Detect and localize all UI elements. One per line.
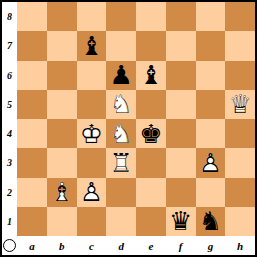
side-to-move-corner [2,236,17,255]
white-knight-outline-icon: ♘ [106,119,136,148]
square-f3[interactable] [166,148,196,177]
square-b5[interactable] [47,90,77,119]
white-queen-icon: ♛ [225,90,255,119]
square-c5[interactable] [77,90,107,119]
square-h4[interactable] [225,119,255,148]
white-to-move-circle-icon [3,239,16,252]
square-d2[interactable] [106,178,136,207]
file-label-f: f [166,236,196,255]
white-pawn-outline-icon: ♙ [77,178,107,207]
square-e4[interactable]: ♚ [136,119,166,148]
rank-label-6: 6 [2,61,17,90]
black-bishop-icon: ♝ [77,31,107,60]
square-h7[interactable] [225,31,255,60]
square-e1[interactable] [136,207,166,236]
square-h3[interactable] [225,148,255,177]
square-d6[interactable]: ♟ [106,61,136,90]
rank-label-2: 2 [2,178,17,207]
square-e5[interactable] [136,90,166,119]
file-label-g: g [196,236,226,255]
white-knight-icon: ♞ [106,90,136,119]
square-c1[interactable] [77,207,107,236]
square-a8[interactable] [17,2,47,31]
rank-label-1: 1 [2,207,17,236]
square-f1[interactable]: ♛ [166,207,196,236]
black-pawn-icon: ♟ [106,61,136,90]
square-g5[interactable] [196,90,226,119]
square-b1[interactable] [47,207,77,236]
square-c7[interactable]: ♝ [77,31,107,60]
white-knight-outline-icon: ♘ [106,90,136,119]
square-b4[interactable] [47,119,77,148]
square-a5[interactable] [17,90,47,119]
square-b2[interactable]: ♝♗ [47,178,77,207]
rank-label-7: 7 [2,31,17,60]
square-g1[interactable]: ♞ [196,207,226,236]
square-c6[interactable] [77,61,107,90]
square-e3[interactable] [136,148,166,177]
square-c3[interactable] [77,148,107,177]
white-pawn-outline-icon: ♙ [196,148,226,177]
square-d3[interactable]: ♜♖ [106,148,136,177]
square-a3[interactable] [17,148,47,177]
square-f4[interactable] [166,119,196,148]
white-knight-icon: ♞ [106,119,136,148]
file-label-h: h [225,236,255,255]
square-d1[interactable] [106,207,136,236]
square-b3[interactable] [47,148,77,177]
square-e2[interactable] [136,178,166,207]
black-knight-icon: ♞ [196,207,226,236]
square-g2[interactable] [196,178,226,207]
file-label-d: d [106,236,136,255]
square-c4[interactable]: ♚♔ [77,119,107,148]
rank-label-8: 8 [2,2,17,31]
square-e8[interactable] [136,2,166,31]
square-a7[interactable] [17,31,47,60]
black-bishop-icon: ♝ [136,61,166,90]
square-b8[interactable] [47,2,77,31]
white-king-outline-icon: ♔ [77,119,107,148]
square-g6[interactable] [196,61,226,90]
white-bishop-outline-icon: ♗ [47,178,77,207]
square-a4[interactable] [17,119,47,148]
square-g4[interactable] [196,119,226,148]
square-d8[interactable] [106,2,136,31]
white-king-icon: ♚ [77,119,107,148]
square-h5[interactable]: ♛♕ [225,90,255,119]
square-b6[interactable] [47,61,77,90]
chess-diagram: 87♝6♟♝5♞♘♛♕4♚♔♞♘♚3♜♖♟♙2♝♗♟♙1♛♞abcdefgh [0,0,257,257]
rank-label-4: 4 [2,119,17,148]
square-e7[interactable] [136,31,166,60]
square-f2[interactable] [166,178,196,207]
rank-label-3: 3 [2,148,17,177]
square-h8[interactable] [225,2,255,31]
white-bishop-icon: ♝ [47,178,77,207]
white-rook-outline-icon: ♖ [106,148,136,177]
file-label-c: c [77,236,107,255]
rank-label-5: 5 [2,90,17,119]
chess-board: 87♝6♟♝5♞♘♛♕4♚♔♞♘♚3♜♖♟♙2♝♗♟♙1♛♞abcdefgh [2,2,255,255]
white-pawn-icon: ♟ [196,148,226,177]
square-g3[interactable]: ♟♙ [196,148,226,177]
square-g7[interactable] [196,31,226,60]
white-rook-icon: ♜ [106,148,136,177]
white-pawn-icon: ♟ [77,178,107,207]
square-e6[interactable]: ♝ [136,61,166,90]
square-d5[interactable]: ♞♘ [106,90,136,119]
square-g8[interactable] [196,2,226,31]
square-b7[interactable] [47,31,77,60]
square-d7[interactable] [106,31,136,60]
square-h6[interactable] [225,61,255,90]
black-king-icon: ♚ [136,119,166,148]
square-d4[interactable]: ♞♘ [106,119,136,148]
file-label-a: a [17,236,47,255]
square-c2[interactable]: ♟♙ [77,178,107,207]
square-a6[interactable] [17,61,47,90]
square-a2[interactable] [17,178,47,207]
white-queen-outline-icon: ♕ [225,90,255,119]
file-label-e: e [136,236,166,255]
square-a1[interactable] [17,207,47,236]
square-f5[interactable] [166,90,196,119]
square-f7[interactable] [166,31,196,60]
square-h2[interactable] [225,178,255,207]
file-label-b: b [47,236,77,255]
square-c8[interactable] [77,2,107,31]
square-f6[interactable] [166,61,196,90]
black-queen-icon: ♛ [166,207,196,236]
square-f8[interactable] [166,2,196,31]
square-h1[interactable] [225,207,255,236]
